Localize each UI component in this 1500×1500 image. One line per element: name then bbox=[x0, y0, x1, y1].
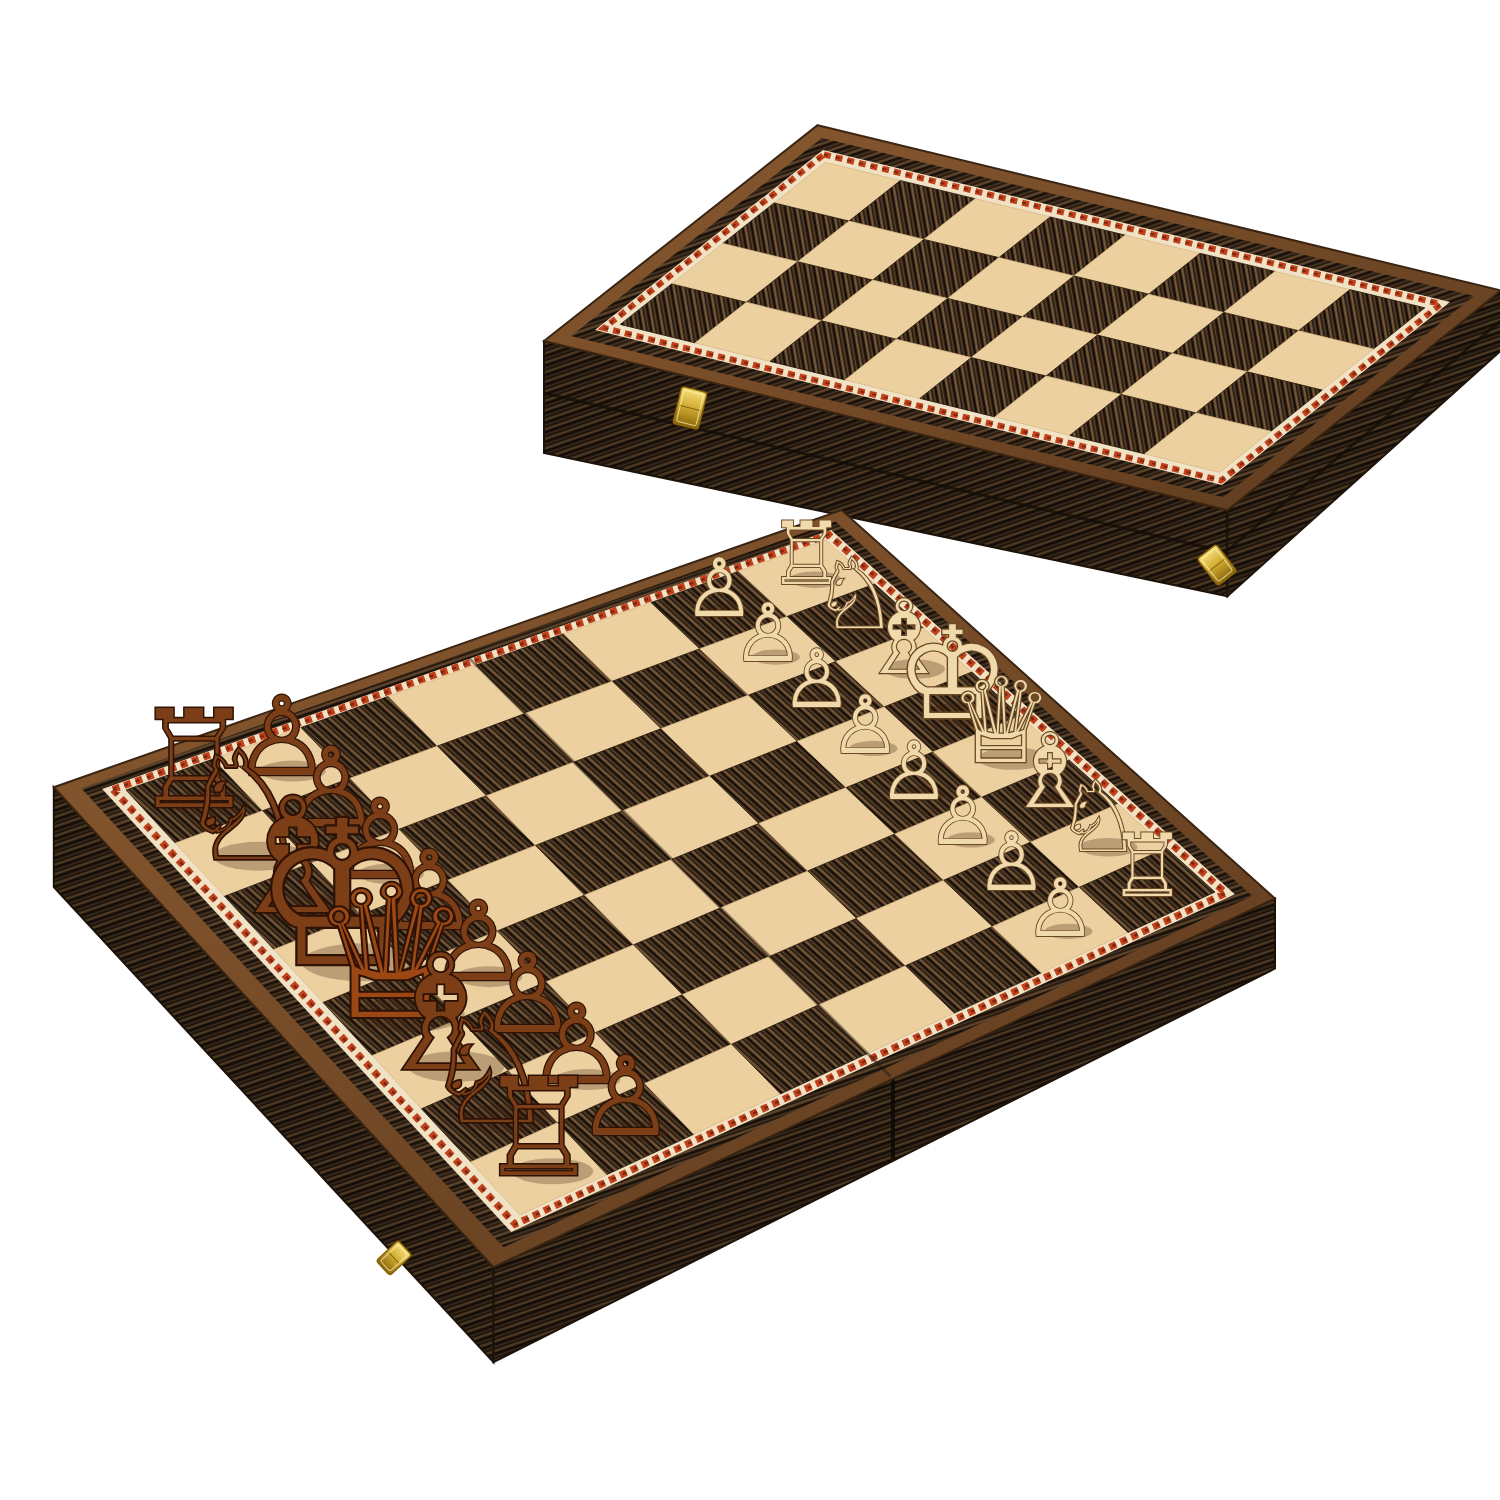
chess-piece-black-rook: ♖ bbox=[1108, 815, 1186, 917]
chess-piece-black-pawn: ♙ bbox=[1024, 862, 1096, 955]
piece-glyph-rook: ♖ bbox=[1108, 815, 1186, 917]
piece-glyph-pawn: ♙ bbox=[1024, 862, 1096, 955]
closed-box bbox=[544, 125, 1500, 596]
scene-svg: ♖♙♘♙♗♙♔♙♕♙♙♖♗♙♙♘♘♙♙♖♗♙♙♔♙♕♙♗♙♘♙♖ bbox=[0, 0, 1500, 1500]
piece-glyph-rook: ♖ bbox=[478, 1049, 600, 1207]
chess-piece-white-rook: ♖ bbox=[478, 1049, 600, 1207]
open-board: ♖♙♘♙♗♙♔♙♕♙♙♖♗♙♙♘♘♙♙♖♗♙♙♔♙♕♙♗♙♘♙♖ bbox=[54, 503, 1275, 1362]
product-photo-chess-set: Folding wooden chess set with walnut and… bbox=[0, 0, 1500, 1500]
